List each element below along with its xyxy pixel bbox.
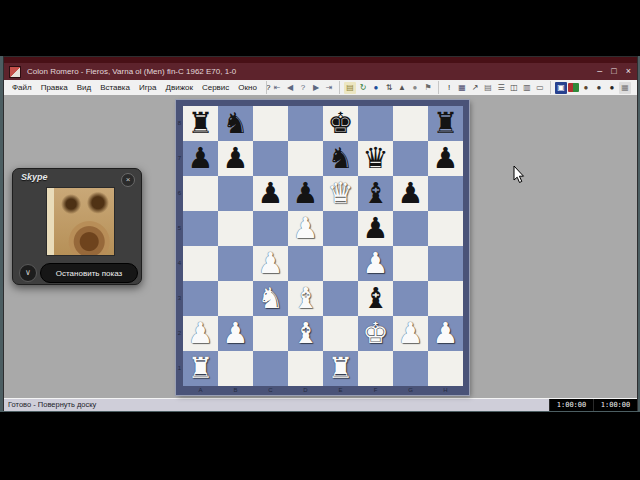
square-h7[interactable]: ♟: [428, 141, 463, 176]
file-label-b: B: [218, 387, 253, 393]
black-rook-a8[interactable]: ♜: [188, 109, 214, 138]
square-c7[interactable]: [253, 141, 288, 176]
skype-video-thumbnail[interactable]: [46, 187, 115, 256]
square-h5[interactable]: [428, 211, 463, 246]
file-label-a: A: [183, 387, 218, 393]
square-d8[interactable]: [288, 106, 323, 141]
black-pawn-a7[interactable]: ♟: [188, 144, 214, 173]
toolbar-group-annotation: !▦↗▤☰◫▥▭: [438, 81, 550, 94]
toolbar-icon-engine-3[interactable]: ●: [606, 82, 618, 94]
rank-label-1: 1: [176, 365, 183, 371]
square-g2[interactable]: ♟: [393, 316, 428, 351]
rank-label-7: 7: [176, 155, 183, 161]
square-c8[interactable]: [253, 106, 288, 141]
file-label-h: H: [428, 387, 463, 393]
maximize-button[interactable]: □: [611, 67, 616, 76]
menu-item-2[interactable]: Вид: [76, 82, 92, 93]
square-b8[interactable]: ♞: [218, 106, 253, 141]
minimize-button[interactable]: –: [597, 67, 602, 76]
square-e1[interactable]: ♜: [323, 351, 358, 386]
square-b1[interactable]: [218, 351, 253, 386]
square-a5[interactable]: [183, 211, 218, 246]
square-c5[interactable]: [253, 211, 288, 246]
square-g1[interactable]: [393, 351, 428, 386]
rank-label-5: 5: [176, 225, 183, 231]
square-b3[interactable]: [218, 281, 253, 316]
square-d6[interactable]: ♟: [288, 176, 323, 211]
skype-logo: Skype: [21, 172, 48, 182]
square-e6[interactable]: ♛: [323, 176, 358, 211]
toolbar-icon-forward[interactable]: ▶: [310, 82, 322, 94]
toolbar-group-game-tools: ▤↻●⇅▲●⚑: [339, 81, 438, 94]
square-f7[interactable]: ♛: [358, 141, 393, 176]
square-c2[interactable]: [253, 316, 288, 351]
square-g5[interactable]: [393, 211, 428, 246]
file-label-e: E: [323, 387, 358, 393]
toolbar-icon-sort[interactable]: ⇅: [383, 82, 395, 94]
square-g3[interactable]: [393, 281, 428, 316]
menu-item-1[interactable]: Правка: [40, 82, 69, 93]
menu-items: ФайлПравкаВидВставкаИграДвижокСервисОкно…: [11, 82, 271, 93]
square-d5[interactable]: ♟: [288, 211, 323, 246]
white-king-f2[interactable]: ♚: [363, 319, 389, 348]
white-pawn-f4[interactable]: ♟: [363, 249, 389, 278]
toolbar-icon-engine-1[interactable]: ●: [580, 82, 592, 94]
rank-label-3: 3: [176, 295, 183, 301]
menu-item-7[interactable]: Окно: [237, 82, 258, 93]
chevron-down-icon[interactable]: ∨: [19, 264, 37, 282]
white-bishop-d3[interactable]: ♝: [293, 284, 319, 313]
status-bar: Готово - Повернуть доску 1:00:00 1:00:00: [4, 398, 637, 411]
square-c3[interactable]: ♞: [253, 281, 288, 316]
app-icon: [9, 66, 21, 78]
black-pawn-b7[interactable]: ♟: [223, 144, 249, 173]
clock-panel: 1:00:00 1:00:00: [549, 399, 637, 411]
file-label-c: C: [253, 387, 288, 393]
black-clock: 1:00:00: [593, 399, 637, 411]
white-clock: 1:00:00: [549, 399, 593, 411]
square-e7[interactable]: ♞: [323, 141, 358, 176]
square-a4[interactable]: [183, 246, 218, 281]
toolbar: ⇤◀?▶⇥▤↻●⇅▲●⚑!▦↗▤☰◫▥▭▣●●●▦: [266, 80, 635, 95]
rank-label-2: 2: [176, 330, 183, 336]
square-g4[interactable]: [393, 246, 428, 281]
status-text: Готово - Повернуть доску: [8, 400, 96, 409]
file-label-g: G: [393, 387, 428, 393]
black-bishop-f6[interactable]: ♝: [363, 179, 389, 208]
square-d4[interactable]: [288, 246, 323, 281]
toolbar-icon-goto-start[interactable]: ⇤: [271, 82, 283, 94]
toolbar-icon-notation[interactable]: ▤: [482, 82, 494, 94]
square-g8[interactable]: [393, 106, 428, 141]
skype-overlay-window[interactable]: Skype × ∨ Остановить показ: [12, 168, 142, 285]
toolbar-icon-flag[interactable]: ⚑: [422, 82, 434, 94]
video-frame: Colon Romero - Fieros, Varna ol (Men) fi…: [0, 0, 640, 480]
square-h8[interactable]: ♜: [428, 106, 463, 141]
square-c6[interactable]: ♟: [253, 176, 288, 211]
square-g6[interactable]: ♟: [393, 176, 428, 211]
menu-item-6[interactable]: Сервис: [201, 82, 230, 93]
window-title: Colon Romero - Fieros, Varna ol (Men) fi…: [27, 67, 236, 76]
skype-stop-sharing-button[interactable]: Остановить показ: [40, 263, 138, 283]
toolbar-icon-refresh[interactable]: ↻: [357, 82, 369, 94]
square-c4[interactable]: ♟: [253, 246, 288, 281]
square-e2[interactable]: [323, 316, 358, 351]
toolbar-icon-move-list[interactable]: ☰: [495, 82, 507, 94]
square-a7[interactable]: ♟: [183, 141, 218, 176]
white-queen-e6[interactable]: ♛: [328, 179, 354, 208]
file-label-d: D: [288, 387, 323, 393]
white-pawn-a2[interactable]: ♟: [188, 319, 214, 348]
menu-item-5[interactable]: Движок: [165, 82, 194, 93]
toolbar-icon-columns[interactable]: ▥: [521, 82, 533, 94]
menu-item-0[interactable]: Файл: [11, 82, 33, 93]
black-pawn-d6[interactable]: ♟: [293, 179, 319, 208]
square-h2[interactable]: ♟: [428, 316, 463, 351]
black-knight-b8[interactable]: ♞: [223, 109, 249, 138]
black-queen-f7[interactable]: ♛: [363, 144, 389, 173]
menu-bar: ФайлПравкаВидВставкаИграДвижокСервисОкно…: [4, 80, 637, 96]
toolbar-icon-goto-end[interactable]: ⇥: [323, 82, 335, 94]
square-d3[interactable]: ♝: [288, 281, 323, 316]
black-pawn-f5[interactable]: ♟: [363, 214, 389, 243]
white-pawn-h2[interactable]: ♟: [433, 319, 459, 348]
square-b6[interactable]: [218, 176, 253, 211]
toolbar-icon-tools[interactable]: ▲: [396, 82, 408, 94]
black-pawn-h7[interactable]: ♟: [433, 144, 459, 173]
square-d1[interactable]: [288, 351, 323, 386]
toolbar-icon-engine-2[interactable]: ●: [593, 82, 605, 94]
window-controls: – □ ×: [597, 63, 631, 80]
white-pawn-d5[interactable]: ♟: [293, 214, 319, 243]
toolbar-icon-panels[interactable]: ◫: [508, 82, 520, 94]
square-h1[interactable]: [428, 351, 463, 386]
square-h4[interactable]: [428, 246, 463, 281]
toolbar-icon-new-document[interactable]: ▤: [344, 82, 356, 94]
square-b2[interactable]: ♟: [218, 316, 253, 351]
square-e4[interactable]: [323, 246, 358, 281]
square-d7[interactable]: [288, 141, 323, 176]
close-button[interactable]: ×: [626, 67, 631, 76]
square-e3[interactable]: [323, 281, 358, 316]
square-h6[interactable]: [428, 176, 463, 211]
square-b5[interactable]: [218, 211, 253, 246]
white-pawn-g2[interactable]: ♟: [398, 319, 424, 348]
square-a2[interactable]: ♟: [183, 316, 218, 351]
white-pawn-c4[interactable]: ♟: [258, 249, 284, 278]
chess-board[interactable]: ♜♞♚♜♟♟♞♛♟♟♟♛♝♟♟♟♟♟♞♝♝♟♟♝♚♟♟♜♜: [183, 106, 463, 386]
square-f1[interactable]: [358, 351, 393, 386]
rank-label-6: 6: [176, 190, 183, 196]
toolbar-icon-save[interactable]: ▣: [555, 82, 567, 94]
black-rook-h8[interactable]: ♜: [433, 109, 459, 138]
toolbar-icon-board-setup[interactable]: ▦: [456, 82, 468, 94]
menu-item-4[interactable]: Игра: [138, 82, 158, 93]
square-c1[interactable]: [253, 351, 288, 386]
square-f5[interactable]: ♟: [358, 211, 393, 246]
file-label-f: F: [358, 387, 393, 393]
square-f4[interactable]: ♟: [358, 246, 393, 281]
white-rook-e1[interactable]: ♜: [328, 354, 354, 383]
title-bar[interactable]: Colon Romero - Fieros, Varna ol (Men) fi…: [4, 63, 637, 80]
square-f8[interactable]: [358, 106, 393, 141]
white-pawn-b2[interactable]: ♟: [223, 319, 249, 348]
toolbar-icon-back[interactable]: ◀: [284, 82, 296, 94]
black-bishop-f3[interactable]: ♝: [363, 284, 389, 313]
toolbar-icon-exclaim[interactable]: !: [443, 82, 455, 94]
square-e8[interactable]: ♚: [323, 106, 358, 141]
black-pawn-c6[interactable]: ♟: [258, 179, 284, 208]
toolbar-icon-flags[interactable]: [568, 83, 579, 92]
white-knight-c3[interactable]: ♞: [258, 284, 284, 313]
toolbar-icon-database[interactable]: ●: [370, 82, 382, 94]
square-a6[interactable]: [183, 176, 218, 211]
square-b4[interactable]: [218, 246, 253, 281]
white-bishop-d2[interactable]: ♝: [293, 319, 319, 348]
toolbar-group-engine: ▣●●●▦: [550, 81, 635, 94]
mouse-cursor: [513, 166, 525, 184]
rank-label-4: 4: [176, 260, 183, 266]
square-h3[interactable]: [428, 281, 463, 316]
black-pawn-g6[interactable]: ♟: [398, 179, 424, 208]
menu-item-3[interactable]: Вставка: [99, 82, 131, 93]
square-a3[interactable]: [183, 281, 218, 316]
toolbar-icon-arrow[interactable]: ↗: [469, 82, 481, 94]
black-knight-e7[interactable]: ♞: [328, 144, 354, 173]
square-f6[interactable]: ♝: [358, 176, 393, 211]
white-rook-a1[interactable]: ♜: [188, 354, 214, 383]
skype-close-icon[interactable]: ×: [121, 173, 135, 187]
toolbar-icon-help[interactable]: ?: [297, 82, 309, 94]
square-a1[interactable]: ♜: [183, 351, 218, 386]
square-g7[interactable]: [393, 141, 428, 176]
rank-label-8: 8: [176, 120, 183, 126]
square-a8[interactable]: ♜: [183, 106, 218, 141]
square-f3[interactable]: ♝: [358, 281, 393, 316]
square-d2[interactable]: ♝: [288, 316, 323, 351]
toolbar-icon-comment[interactable]: ▭: [534, 82, 546, 94]
chess-board-frame: ♜♞♚♜♟♟♞♛♟♟♟♛♝♟♟♟♟♟♞♝♝♟♟♝♚♟♟♜♜ 87654321 A…: [176, 100, 469, 395]
square-b7[interactable]: ♟: [218, 141, 253, 176]
toolbar-icon-sphere[interactable]: ●: [409, 82, 421, 94]
square-e5[interactable]: [323, 211, 358, 246]
toolbar-icon-grid[interactable]: ▦: [619, 82, 631, 94]
toolbar-group-navigation: ⇤◀?▶⇥: [266, 81, 339, 94]
square-f2[interactable]: ♚: [358, 316, 393, 351]
black-king-e8[interactable]: ♚: [328, 109, 354, 138]
